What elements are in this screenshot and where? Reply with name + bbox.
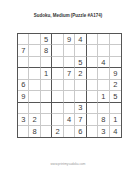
cell-r7c7: [87, 103, 98, 114]
cell-r1c8: [98, 34, 109, 45]
cell-r5c6: [75, 80, 86, 91]
cell-r9c8: 3: [98, 126, 109, 137]
cell-r7c3: [41, 103, 52, 114]
cell-r7c8: [98, 103, 109, 114]
cell-r4c3: 1: [41, 68, 52, 79]
cell-r7c6: 3: [75, 103, 86, 114]
cell-r2c8: [98, 45, 109, 56]
cell-r1c7: [87, 34, 98, 45]
cell-r4c2: [29, 68, 40, 79]
cell-r7c9: [110, 103, 121, 114]
sudoku-page: Sudoku, Medium (Puzzle #A174) 5947854172…: [0, 0, 136, 176]
puzzle-title: Sudoku, Medium (Puzzle #A174): [30, 13, 106, 19]
cell-r2c5: [64, 45, 75, 56]
cell-r4c6: 2: [75, 68, 86, 79]
cell-r9c3: [41, 126, 52, 137]
cell-r3c4: [52, 57, 63, 68]
cell-r4c9: 9: [110, 68, 121, 79]
cell-r8c2: 2: [29, 114, 40, 125]
cell-r4c1: [18, 68, 29, 79]
cell-r1c4: [52, 34, 63, 45]
cell-r5c3: [41, 80, 52, 91]
cell-r8c7: [87, 114, 98, 125]
cell-r5c4: [52, 80, 63, 91]
cell-r6c9: 5: [110, 91, 121, 102]
cell-r6c3: [41, 91, 52, 102]
cell-r1c6: 4: [75, 34, 86, 45]
cell-r6c1: 9: [18, 91, 29, 102]
cell-r9c9: 4: [110, 126, 121, 137]
cell-r5c8: [98, 80, 109, 91]
cell-r6c8: 1: [98, 91, 109, 102]
cell-r8c9: 1: [110, 114, 121, 125]
cell-r1c9: [110, 34, 121, 45]
cell-r8c5: 4: [64, 114, 75, 125]
cell-r8c1: 3: [18, 114, 29, 125]
cell-r2c2: [29, 45, 40, 56]
cell-r9c2: 8: [29, 126, 40, 137]
sudoku-board: 5947854172962915332478182634: [17, 33, 122, 138]
cell-r9c4: 2: [52, 126, 63, 137]
cell-r2c4: [52, 45, 63, 56]
cell-r6c5: [64, 91, 75, 102]
cell-r3c5: [64, 57, 75, 68]
cell-r5c7: [87, 80, 98, 91]
cell-r6c7: [87, 91, 98, 102]
cell-r8c4: [52, 114, 63, 125]
cell-r4c4: [52, 68, 63, 79]
cell-r7c5: [64, 103, 75, 114]
cell-r8c3: [41, 114, 52, 125]
cell-r2c1: 7: [18, 45, 29, 56]
cell-r5c1: 6: [18, 80, 29, 91]
cell-r5c9: 2: [110, 80, 121, 91]
cell-r8c6: 7: [75, 114, 86, 125]
footer-url: www.printmysudoku.com: [37, 162, 98, 166]
cell-r5c2: [29, 80, 40, 91]
cell-r6c4: [52, 91, 63, 102]
cell-r1c5: 9: [64, 34, 75, 45]
cell-r4c7: [87, 68, 98, 79]
cell-r1c2: [29, 34, 40, 45]
cell-r7c1: [18, 103, 29, 114]
cell-r2c3: 8: [41, 45, 52, 56]
cell-r9c7: [87, 126, 98, 137]
cell-r4c8: [98, 68, 109, 79]
cell-r3c8: 4: [98, 57, 109, 68]
cell-r1c1: [18, 34, 29, 45]
cell-r3c7: [87, 57, 98, 68]
cell-r3c1: [18, 57, 29, 68]
cell-r2c6: [75, 45, 86, 56]
cell-r6c6: [75, 91, 86, 102]
cell-r9c1: [18, 126, 29, 137]
cell-r3c3: [41, 57, 52, 68]
cell-r2c9: [110, 45, 121, 56]
cell-r3c9: [110, 57, 121, 68]
cell-r3c6: 5: [75, 57, 86, 68]
cell-r6c2: [29, 91, 40, 102]
cell-r7c4: [52, 103, 63, 114]
cell-r8c8: 8: [98, 114, 109, 125]
cell-r3c2: [29, 57, 40, 68]
cell-r5c5: [64, 80, 75, 91]
cell-r7c2: [29, 103, 40, 114]
cell-r2c7: [87, 45, 98, 56]
cell-r1c3: 5: [41, 34, 52, 45]
cell-r4c5: 7: [64, 68, 75, 79]
cell-r9c5: [64, 126, 75, 137]
cell-r9c6: 6: [75, 126, 86, 137]
